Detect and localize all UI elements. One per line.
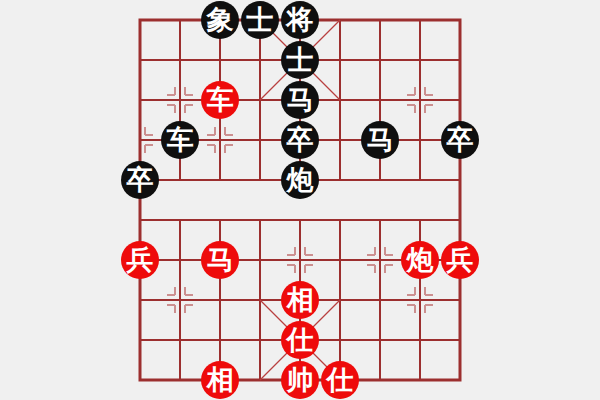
point-marker — [185, 305, 193, 313]
point-marker — [385, 265, 393, 273]
piece-red-elephant[interactable]: 相 — [281, 281, 319, 319]
point-marker — [207, 145, 215, 153]
piece-black-soldier[interactable]: 卒 — [121, 161, 159, 199]
point-marker — [425, 105, 433, 113]
piece-red-soldier[interactable]: 兵 — [121, 241, 159, 279]
piece-red-advisor[interactable]: 仕 — [281, 321, 319, 359]
point-marker — [287, 247, 295, 255]
piece-red-horse[interactable]: 马 — [201, 241, 239, 279]
point-marker — [167, 287, 175, 295]
point-marker — [207, 127, 215, 135]
piece-black-elephant[interactable]: 象 — [201, 1, 239, 39]
point-marker — [167, 305, 175, 313]
piece-black-advisor[interactable]: 士 — [281, 41, 319, 79]
point-marker — [425, 305, 433, 313]
piece-black-chariot[interactable]: 车 — [161, 121, 199, 159]
piece-red-general[interactable]: 帅 — [281, 361, 319, 399]
point-marker — [167, 105, 175, 113]
point-marker — [407, 305, 415, 313]
point-marker — [185, 105, 193, 113]
point-marker — [225, 127, 233, 135]
point-marker — [407, 287, 415, 295]
piece-black-general[interactable]: 将 — [281, 1, 319, 39]
piece-black-horse[interactable]: 马 — [281, 81, 319, 119]
piece-red-advisor[interactable]: 仕 — [321, 361, 359, 399]
point-marker — [407, 105, 415, 113]
point-marker — [407, 87, 415, 95]
point-marker — [167, 87, 175, 95]
piece-black-soldier[interactable]: 卒 — [281, 121, 319, 159]
point-marker — [367, 247, 375, 255]
piece-red-elephant[interactable]: 相 — [201, 361, 239, 399]
point-marker — [305, 247, 313, 255]
point-marker — [145, 127, 153, 135]
piece-black-advisor[interactable]: 士 — [241, 1, 279, 39]
point-marker — [305, 265, 313, 273]
point-marker — [185, 87, 193, 95]
point-marker — [425, 87, 433, 95]
xiangqi-board: 象士将士车马车卒马卒卒炮兵马炮兵相仕相帅仕 — [0, 0, 600, 400]
point-marker — [185, 287, 193, 295]
piece-red-soldier[interactable]: 兵 — [441, 241, 479, 279]
piece-black-horse[interactable]: 马 — [361, 121, 399, 159]
point-marker — [385, 247, 393, 255]
point-marker — [225, 145, 233, 153]
point-marker — [287, 265, 295, 273]
point-marker — [367, 265, 375, 273]
piece-red-chariot[interactable]: 车 — [201, 81, 239, 119]
piece-black-soldier[interactable]: 卒 — [441, 121, 479, 159]
piece-red-cannon[interactable]: 炮 — [401, 241, 439, 279]
point-marker — [145, 145, 153, 153]
piece-black-cannon[interactable]: 炮 — [281, 161, 319, 199]
point-marker — [425, 287, 433, 295]
